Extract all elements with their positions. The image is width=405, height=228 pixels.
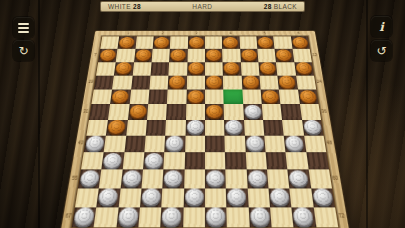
square-r10c11[interactable]	[288, 170, 311, 188]
square-r8c9[interactable]	[245, 135, 266, 152]
square-r6c5[interactable]	[166, 104, 186, 119]
square-r9c12[interactable]	[306, 152, 329, 169]
white-score: WHITE28	[108, 3, 141, 10]
difficulty-label: HARD	[192, 3, 212, 10]
restart-icon: ↻	[18, 45, 28, 57]
square-r5c4[interactable]	[148, 90, 168, 105]
square-r6c3[interactable]	[128, 104, 149, 119]
black-count: 28	[264, 3, 272, 10]
rail-label-left-67: 67	[65, 214, 72, 219]
piece-black[interactable]	[206, 49, 222, 60]
piece-black[interactable]	[257, 37, 273, 48]
square-light	[259, 75, 279, 89]
square-light	[94, 207, 118, 227]
square-r6c9[interactable]	[243, 104, 263, 119]
undo-button[interactable]: ↺	[371, 40, 392, 61]
piece-white[interactable]	[206, 208, 226, 226]
square-light	[96, 62, 116, 76]
square-light	[205, 188, 227, 207]
rail-label-top-3: 3	[195, 32, 197, 35]
square-light	[226, 170, 248, 188]
square-light	[205, 62, 223, 76]
square-light	[286, 152, 309, 169]
square-light	[122, 152, 144, 169]
square-light	[167, 90, 186, 105]
square-r8c3[interactable]	[124, 135, 146, 152]
square-light	[224, 104, 244, 119]
square-r11c12[interactable]	[311, 188, 335, 207]
square-r3c6[interactable]	[187, 62, 205, 76]
square-r3c12[interactable]	[294, 62, 314, 76]
square-r4c5[interactable]	[168, 75, 187, 89]
restart-button[interactable]: ↻	[13, 40, 34, 61]
square-r3c8[interactable]	[223, 62, 242, 76]
square-light	[147, 104, 167, 119]
menu-button[interactable]	[13, 17, 34, 38]
rail-label-right-24: 24	[317, 81, 322, 85]
piece-black[interactable]	[260, 62, 277, 74]
square-r12c11[interactable]	[292, 207, 316, 227]
piece-black[interactable]	[292, 37, 309, 48]
piece-white[interactable]	[303, 120, 322, 134]
rail-label-top-4: 4	[229, 32, 231, 35]
square-light	[126, 120, 147, 136]
piece-black[interactable]	[224, 62, 240, 74]
piece-black[interactable]	[279, 76, 297, 88]
rail-label-left-43: 43	[78, 142, 84, 146]
square-light	[187, 49, 205, 62]
rail-label-top-6: 6	[297, 32, 300, 35]
square-r10c5[interactable]	[163, 170, 185, 188]
piece-black[interactable]	[223, 37, 239, 48]
rail-label-top-5: 5	[263, 32, 266, 35]
board-grid	[72, 36, 338, 227]
square-light	[267, 170, 290, 188]
square-r9c6[interactable]	[184, 152, 205, 169]
square-r11c2[interactable]	[97, 188, 121, 207]
square-r5c6[interactable]	[186, 90, 205, 105]
square-light	[296, 75, 316, 89]
square-r7c12[interactable]	[302, 120, 324, 136]
square-r10c1[interactable]	[78, 170, 102, 188]
score-bar: WHITE28 HARD 28BLACK	[100, 1, 305, 12]
piece-white[interactable]	[285, 136, 304, 151]
piece-black[interactable]	[112, 90, 130, 103]
square-light	[138, 207, 161, 227]
checkers-board: 1234566768697071727193143556712243648607…	[60, 31, 350, 228]
square-r2c11[interactable]	[275, 49, 294, 62]
square-r2c3[interactable]	[134, 49, 153, 62]
piece-black[interactable]	[187, 90, 204, 103]
piece-white[interactable]	[85, 136, 105, 151]
square-light	[129, 90, 149, 105]
black-score: 28BLACK	[264, 3, 297, 10]
rail-label-left-55: 55	[72, 176, 78, 181]
square-light	[223, 75, 242, 89]
square-r6c1[interactable]	[89, 104, 110, 119]
piece-white[interactable]	[227, 189, 246, 206]
square-r12c7[interactable]	[205, 207, 227, 227]
square-r9c10[interactable]	[266, 152, 288, 169]
piece-white[interactable]	[185, 189, 204, 206]
square-light	[165, 120, 185, 136]
square-light	[186, 104, 205, 119]
piece-black[interactable]	[189, 37, 204, 48]
black-label: BLACK	[274, 3, 297, 10]
square-r1c6[interactable]	[188, 36, 205, 48]
piece-black[interactable]	[171, 49, 187, 60]
undo-icon: ↺	[376, 45, 386, 57]
square-r5c10[interactable]	[261, 90, 281, 105]
piece-white[interactable]	[144, 153, 163, 168]
square-r1c12[interactable]	[291, 36, 310, 48]
piece-white[interactable]	[312, 189, 333, 206]
piece-white[interactable]	[118, 208, 139, 226]
square-light	[205, 90, 224, 105]
square-r6c7[interactable]	[205, 104, 224, 119]
square-light	[185, 135, 205, 152]
piece-black[interactable]	[129, 105, 147, 118]
piece-black[interactable]	[135, 49, 152, 60]
square-light	[264, 135, 286, 152]
square-light	[300, 104, 321, 119]
rail-label-top-1: 1	[127, 32, 130, 35]
piece-black[interactable]	[119, 37, 136, 48]
square-r6c11[interactable]	[281, 104, 302, 119]
square-light	[135, 36, 153, 48]
piece-white[interactable]	[248, 170, 267, 186]
square-light	[205, 36, 222, 48]
square-r3c4[interactable]	[151, 62, 170, 76]
square-light	[184, 170, 205, 188]
square-r9c8[interactable]	[225, 152, 246, 169]
square-r5c2[interactable]	[110, 90, 130, 105]
square-r3c10[interactable]	[258, 62, 277, 76]
square-light	[164, 152, 185, 169]
square-light	[282, 120, 303, 136]
square-r12c1[interactable]	[72, 207, 97, 227]
square-r4c9[interactable]	[241, 75, 260, 89]
square-r7c2[interactable]	[106, 120, 127, 136]
rail-label-right-60: 60	[332, 176, 338, 181]
square-r4c11[interactable]	[278, 75, 298, 89]
rail-label-right-12: 12	[312, 54, 317, 57]
piece-white[interactable]	[141, 189, 161, 206]
board-perspective-wrap: 1234566768697071727193143556712243648607…	[60, 31, 350, 228]
square-light	[81, 152, 104, 169]
square-r8c7[interactable]	[205, 135, 225, 152]
piece-white[interactable]	[122, 170, 142, 186]
square-light	[245, 152, 267, 169]
square-light	[104, 135, 126, 152]
square-light	[169, 62, 188, 76]
square-r1c10[interactable]	[256, 36, 274, 48]
square-light	[308, 170, 332, 188]
info-button[interactable]: i	[371, 16, 392, 37]
piece-white[interactable]	[289, 170, 309, 186]
rail-label-right-48: 48	[327, 142, 333, 146]
square-light	[100, 36, 119, 48]
piece-white[interactable]	[164, 170, 183, 186]
square-light	[276, 62, 296, 76]
piece-black[interactable]	[276, 49, 293, 60]
wood-seam	[38, 0, 40, 228]
piece-black[interactable]	[295, 62, 313, 74]
square-r7c4[interactable]	[146, 120, 167, 136]
square-light	[75, 188, 99, 207]
square-r5c12[interactable]	[298, 90, 319, 105]
piece-black[interactable]	[108, 120, 127, 134]
piece-white[interactable]	[246, 136, 265, 151]
square-r1c8[interactable]	[222, 36, 240, 48]
piece-white[interactable]	[293, 208, 314, 226]
rail-label-left-7: 7	[94, 54, 97, 57]
rail-label-right-72: 72	[338, 214, 345, 219]
square-light	[183, 207, 205, 227]
square-light	[290, 188, 314, 207]
square-light	[186, 75, 205, 89]
square-light	[270, 207, 294, 227]
square-light	[149, 75, 168, 89]
square-light	[152, 49, 170, 62]
square-r11c10[interactable]	[268, 188, 291, 207]
square-r2c9[interactable]	[240, 49, 259, 62]
square-light	[108, 104, 129, 119]
square-light	[225, 135, 246, 152]
square-light	[257, 49, 276, 62]
piece-black[interactable]	[169, 76, 186, 88]
square-light	[239, 36, 257, 48]
white-label: WHITE	[108, 3, 131, 10]
square-light	[99, 170, 122, 188]
piece-white[interactable]	[98, 189, 119, 206]
square-light	[279, 90, 299, 105]
white-count: 28	[133, 3, 141, 10]
square-light	[292, 49, 312, 62]
piece-black[interactable]	[154, 37, 170, 48]
square-r4c7[interactable]	[205, 75, 224, 89]
piece-white[interactable]	[186, 120, 203, 134]
square-light	[91, 90, 112, 105]
piece-black[interactable]	[241, 49, 257, 60]
square-r2c1[interactable]	[98, 49, 118, 62]
square-r4c1[interactable]	[94, 75, 114, 89]
square-r1c4[interactable]	[153, 36, 171, 48]
square-r8c5[interactable]	[165, 135, 186, 152]
piece-white[interactable]	[103, 153, 123, 168]
square-r7c8[interactable]	[224, 120, 244, 136]
piece-white[interactable]	[244, 105, 262, 118]
info-icon: i	[379, 21, 384, 33]
square-light	[244, 120, 265, 136]
square-r12c5[interactable]	[161, 207, 184, 227]
rail-label-top-2: 2	[161, 32, 163, 35]
square-r8c1[interactable]	[84, 135, 106, 152]
piece-black[interactable]	[99, 49, 116, 60]
square-light	[116, 49, 135, 62]
square-r1c2[interactable]	[118, 36, 137, 48]
square-r12c3[interactable]	[116, 207, 140, 227]
piece-white[interactable]	[162, 208, 182, 226]
square-light	[262, 104, 283, 119]
piece-white[interactable]	[166, 136, 184, 151]
square-light	[142, 170, 164, 188]
square-light	[247, 188, 270, 207]
rail-label-left-31: 31	[83, 110, 89, 114]
square-r2c7[interactable]	[205, 49, 223, 62]
piece-black[interactable]	[188, 62, 204, 74]
piece-white[interactable]	[250, 208, 270, 226]
square-light	[86, 120, 108, 136]
hamburger-icon	[18, 23, 29, 33]
piece-black[interactable]	[242, 76, 259, 88]
piece-white[interactable]	[226, 120, 244, 134]
square-r9c2[interactable]	[102, 152, 125, 169]
wood-seam	[366, 0, 368, 228]
piece-black[interactable]	[262, 90, 280, 103]
square-light	[112, 75, 132, 89]
piece-black[interactable]	[115, 62, 132, 74]
square-light	[144, 135, 165, 152]
square-r10c7[interactable]	[205, 170, 226, 188]
piece-white[interactable]	[80, 170, 101, 186]
square-r7c10[interactable]	[263, 120, 284, 136]
square-light	[242, 90, 262, 105]
square-light	[162, 188, 184, 207]
square-light	[205, 120, 225, 136]
piece-white[interactable]	[270, 189, 290, 206]
square-light	[222, 49, 240, 62]
piece-black[interactable]	[299, 90, 317, 103]
square-r7c6[interactable]	[185, 120, 205, 136]
square-r5c8-highlighted[interactable]	[224, 90, 243, 105]
square-light	[273, 36, 292, 48]
rail-label-left-19: 19	[88, 81, 93, 85]
square-r11c8[interactable]	[226, 188, 248, 207]
square-light	[241, 62, 260, 76]
square-light	[227, 207, 250, 227]
piece-black[interactable]	[206, 76, 222, 88]
square-light	[132, 62, 151, 76]
piece-black[interactable]	[206, 105, 223, 118]
square-r4c3[interactable]	[131, 75, 151, 89]
square-r12c9[interactable]	[248, 207, 271, 227]
square-light	[313, 207, 338, 227]
rail-label-right-36: 36	[321, 110, 327, 114]
square-r2c5[interactable]	[169, 49, 187, 62]
app-screen: WHITE28 HARD 28BLACK ↻ i ↺ 1234566768697…	[0, 0, 405, 228]
square-r10c9[interactable]	[246, 170, 268, 188]
piece-white[interactable]	[73, 208, 95, 226]
square-light	[304, 135, 326, 152]
square-light	[170, 36, 188, 48]
square-light	[205, 152, 226, 169]
square-r11c4[interactable]	[140, 188, 163, 207]
square-r3c2[interactable]	[114, 62, 134, 76]
square-r8c11[interactable]	[284, 135, 306, 152]
square-r10c3[interactable]	[120, 170, 143, 188]
square-r11c6[interactable]	[183, 188, 205, 207]
piece-white[interactable]	[206, 170, 225, 186]
square-light	[118, 188, 141, 207]
square-r9c4[interactable]	[143, 152, 165, 169]
